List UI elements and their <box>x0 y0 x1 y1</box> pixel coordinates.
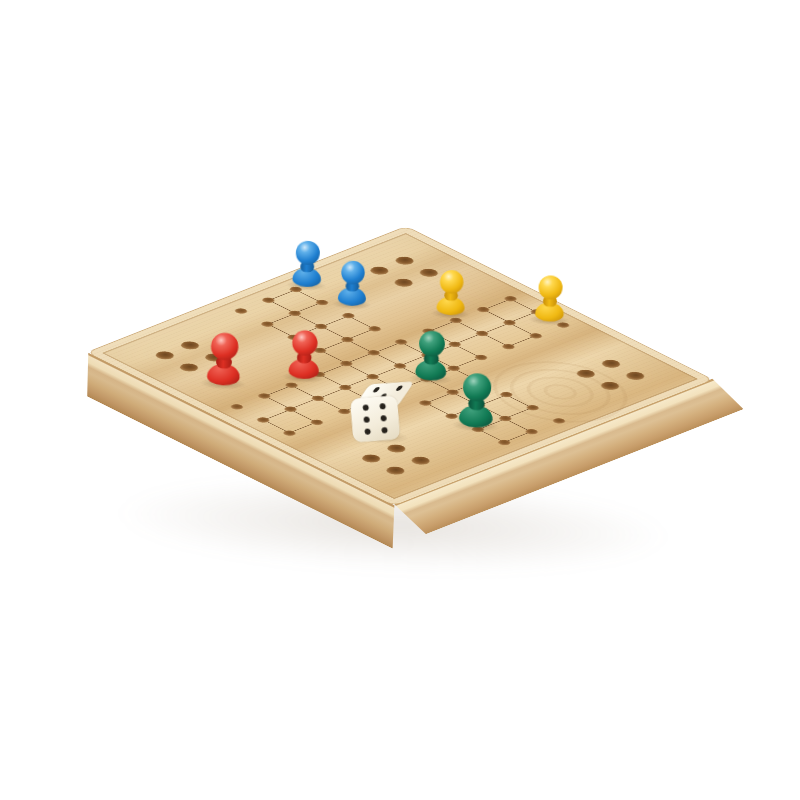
track-hole[interactable] <box>550 417 567 425</box>
die-pip <box>363 416 369 422</box>
track-hole[interactable] <box>338 360 355 368</box>
board <box>86 226 713 506</box>
die-pip <box>362 404 368 410</box>
pawn-green-1[interactable] <box>415 330 449 381</box>
scene <box>0 0 800 800</box>
track-hole[interactable] <box>392 362 409 370</box>
track-hole[interactable] <box>497 415 514 423</box>
track-hole[interactable] <box>474 330 491 338</box>
track-hole[interactable] <box>498 391 515 399</box>
home-hole-blue[interactable] <box>391 277 416 288</box>
pawn-blue-1[interactable] <box>292 240 323 287</box>
pawn-yellow-2[interactable] <box>534 275 565 322</box>
track-hole[interactable] <box>473 354 490 362</box>
page-background <box>0 0 800 800</box>
die-pip <box>395 386 404 392</box>
pawn-yellow-1[interactable] <box>436 270 467 316</box>
pawn-head <box>341 260 365 284</box>
die-pip <box>380 403 386 409</box>
home-hole-green[interactable] <box>358 453 383 464</box>
track-hole[interactable] <box>393 338 410 346</box>
track-hole[interactable] <box>259 320 276 328</box>
track-hole[interactable] <box>255 416 272 424</box>
pawn-head <box>292 330 318 356</box>
home-hole-blue[interactable] <box>367 265 392 276</box>
track-hole[interactable] <box>282 405 299 413</box>
pawn-red-1[interactable] <box>206 332 242 386</box>
home-hole-yellow[interactable] <box>598 358 623 369</box>
die[interactable] <box>349 381 410 443</box>
track-hole[interactable] <box>364 373 381 381</box>
pawn-head <box>419 330 446 357</box>
home-hole-green[interactable] <box>408 455 433 466</box>
track-hole[interactable] <box>314 299 331 307</box>
home-hole-green[interactable] <box>383 465 408 476</box>
track-hole[interactable] <box>366 325 383 333</box>
home-hole-yellow[interactable] <box>623 370 648 381</box>
pawn-head <box>210 332 238 360</box>
track-hole[interactable] <box>339 336 356 344</box>
pawn-head <box>538 275 563 300</box>
track-hole[interactable] <box>228 403 245 411</box>
die-pip <box>372 387 381 393</box>
track-hole[interactable] <box>286 310 303 318</box>
track-hole[interactable] <box>340 312 357 320</box>
track-hole[interactable] <box>445 365 462 373</box>
track-hole[interactable] <box>313 323 330 331</box>
die-front-face <box>350 395 400 443</box>
track-hole[interactable] <box>281 429 298 437</box>
pawn-head <box>440 270 464 294</box>
track-hole[interactable] <box>496 439 513 447</box>
home-hole-red[interactable] <box>176 362 201 373</box>
die-pip <box>364 429 370 435</box>
track-hole[interactable] <box>527 332 544 340</box>
home-hole-yellow[interactable] <box>573 368 598 379</box>
track-hole[interactable] <box>256 392 273 400</box>
track-hole[interactable] <box>365 349 382 357</box>
track-hole[interactable] <box>446 341 463 349</box>
pawn-green-2[interactable] <box>458 373 495 428</box>
track-hole[interactable] <box>502 295 519 303</box>
track-hole[interactable] <box>283 381 300 389</box>
pawn-head <box>462 373 491 402</box>
home-hole-red[interactable] <box>152 350 177 361</box>
home-hole-blue[interactable] <box>392 255 417 266</box>
track-hole[interactable] <box>309 395 326 403</box>
track-hole[interactable] <box>260 296 277 304</box>
track-hole[interactable] <box>233 307 250 315</box>
track-hole[interactable] <box>501 319 518 327</box>
die-pip <box>382 427 388 433</box>
pieces-layer <box>16 0 800 18</box>
pawn-red-2[interactable] <box>288 330 321 380</box>
track-hole[interactable] <box>523 428 540 436</box>
track-hole[interactable] <box>500 343 517 351</box>
track-hole[interactable] <box>524 404 541 412</box>
home-hole-green[interactable] <box>384 443 409 454</box>
die-pip <box>381 415 387 421</box>
home-hole-red[interactable] <box>177 340 202 351</box>
home-hole-yellow[interactable] <box>597 380 622 391</box>
pawn-head <box>295 240 320 265</box>
track-hole[interactable] <box>417 399 434 407</box>
track-hole[interactable] <box>475 306 492 314</box>
track-hole[interactable] <box>308 419 325 427</box>
pawn-blue-2[interactable] <box>337 260 368 306</box>
